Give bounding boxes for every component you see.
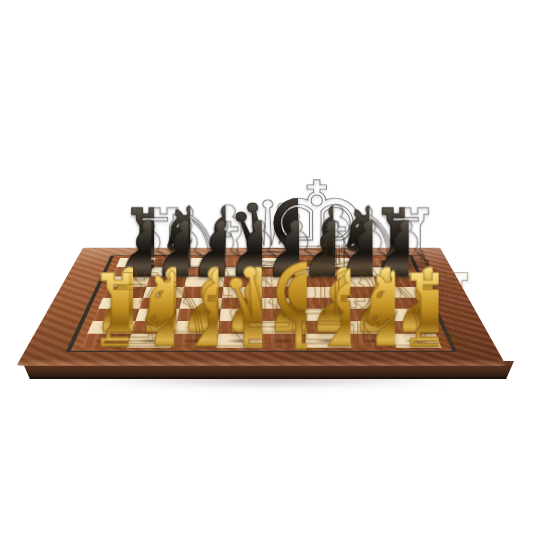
piece-white-king: ♚ <box>261 221 305 372</box>
square-h1: ♜ <box>392 334 441 348</box>
piece-white-knight: ♞ <box>350 259 394 362</box>
perspective-viewport: ♜♞♝♛♚♝♞♜♟♟♟♟♟♟♟♟♟♟♟♟♟♟♟♟♜♞♝♛♚♝♞♜ <box>0 0 533 533</box>
square-c1: ♝ <box>171 334 218 348</box>
chess-board: ♜♞♝♛♚♝♞♜♟♟♟♟♟♟♟♟♟♟♟♟♟♟♟♟♜♞♝♛♚♝♞♜ <box>17 248 507 366</box>
chess-scene: ♜♞♝♛♚♝♞♜♟♟♟♟♟♟♟♟♟♟♟♟♟♟♟♟♜♞♝♛♚♝♞♜ <box>0 0 533 533</box>
piece-white-knight: ♞ <box>129 259 173 362</box>
piece-white-rook: ♜ <box>84 261 128 362</box>
piece-white-rook: ♜ <box>394 261 438 362</box>
square-a1: ♜ <box>81 334 131 348</box>
square-b1: ♞ <box>126 334 174 348</box>
piece-white-bishop: ♝ <box>173 257 217 363</box>
square-f1: ♝ <box>305 334 352 348</box>
square-g1: ♞ <box>349 334 397 348</box>
square-e1: ♚ <box>261 334 306 348</box>
board-grid: ♜♞♝♛♚♝♞♜♟♟♟♟♟♟♟♟♟♟♟♟♟♟♟♟♜♞♝♛♚♝♞♜ <box>81 258 441 348</box>
piece-white-bishop: ♝ <box>306 257 350 363</box>
playing-area: ♜♞♝♛♚♝♞♜♟♟♟♟♟♟♟♟♟♟♟♟♟♟♟♟♜♞♝♛♚♝♞♜ <box>66 255 458 352</box>
piece-white-queen: ♛ <box>217 250 261 365</box>
square-d1: ♛ <box>216 334 261 348</box>
